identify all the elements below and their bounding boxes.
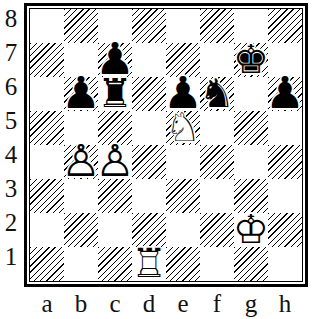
- square-f1[interactable]: [200, 247, 234, 281]
- board-inner-frame: ♟♟♚♚♟♟♜♜♟♟♞♞♟♟♞♘♟♙♟♙♚♔♜♖: [29, 8, 303, 282]
- square-d8[interactable]: [132, 9, 166, 43]
- chessboard: ♟♟♚♚♟♟♜♜♟♟♞♞♟♟♞♘♟♙♟♙♚♔♜♖: [30, 9, 302, 281]
- square-b4[interactable]: ♟♙: [64, 145, 98, 179]
- file-label-c: c: [98, 290, 132, 318]
- square-a8[interactable]: [30, 9, 64, 43]
- square-c1[interactable]: [98, 247, 132, 281]
- square-c3[interactable]: [98, 179, 132, 213]
- square-d6[interactable]: [132, 77, 166, 111]
- square-c4[interactable]: ♟♙: [98, 145, 132, 179]
- rank-labels: 87654321: [0, 9, 22, 281]
- piece-white-rook: ♜♖: [132, 247, 166, 281]
- piece-black-rook: ♜♜: [98, 77, 132, 111]
- square-a6[interactable]: [30, 77, 64, 111]
- piece-white-king: ♚♔: [234, 213, 268, 247]
- file-label-g: g: [234, 290, 268, 318]
- square-h6[interactable]: ♟♟: [268, 77, 302, 111]
- file-label-h: h: [268, 290, 302, 318]
- square-a3[interactable]: [30, 179, 64, 213]
- piece-glyph: ♜: [98, 76, 132, 110]
- square-e4[interactable]: [166, 145, 200, 179]
- square-f8[interactable]: [200, 9, 234, 43]
- square-d7[interactable]: [132, 43, 166, 77]
- square-h3[interactable]: [268, 179, 302, 213]
- file-label-d: d: [132, 290, 166, 318]
- piece-glyph: ♚: [234, 42, 268, 76]
- square-b6[interactable]: ♟♟: [64, 77, 98, 111]
- square-g6[interactable]: [234, 77, 268, 111]
- piece-black-king: ♚♚: [234, 43, 268, 77]
- square-a4[interactable]: [30, 145, 64, 179]
- file-label-b: b: [64, 290, 98, 318]
- square-a7[interactable]: [30, 43, 64, 77]
- square-e2[interactable]: [166, 213, 200, 247]
- square-d1[interactable]: ♜♖: [132, 247, 166, 281]
- rank-label-6: 6: [0, 70, 22, 104]
- square-a5[interactable]: [30, 111, 64, 145]
- square-d3[interactable]: [132, 179, 166, 213]
- piece-glyph: ♔: [234, 212, 268, 246]
- square-e3[interactable]: [166, 179, 200, 213]
- piece-black-knight: ♞♞: [200, 77, 234, 111]
- square-b1[interactable]: [64, 247, 98, 281]
- file-label-a: a: [30, 290, 64, 318]
- square-d5[interactable]: [132, 111, 166, 145]
- square-g7[interactable]: ♚♚: [234, 43, 268, 77]
- square-f4[interactable]: [200, 145, 234, 179]
- square-e8[interactable]: [166, 9, 200, 43]
- square-f5[interactable]: [200, 111, 234, 145]
- square-c6[interactable]: ♜♜: [98, 77, 132, 111]
- piece-glyph: ♙: [64, 144, 98, 178]
- square-h8[interactable]: [268, 9, 302, 43]
- square-e1[interactable]: [166, 247, 200, 281]
- piece-glyph: ♙: [98, 144, 132, 178]
- piece-black-pawn: ♟♟: [64, 77, 98, 111]
- rank-label-8: 8: [0, 2, 22, 36]
- file-label-e: e: [166, 290, 200, 318]
- square-b2[interactable]: [64, 213, 98, 247]
- rank-label-7: 7: [0, 36, 22, 70]
- square-f6[interactable]: ♞♞: [200, 77, 234, 111]
- piece-glyph: ♘: [166, 110, 200, 144]
- rank-label-4: 4: [0, 138, 22, 172]
- file-labels: abcdefgh: [30, 290, 302, 318]
- piece-black-pawn: ♟♟: [268, 77, 302, 111]
- piece-white-pawn: ♟♙: [64, 145, 98, 179]
- piece-glyph: ♟: [268, 76, 302, 110]
- piece-glyph: ♟: [64, 76, 98, 110]
- square-h2[interactable]: [268, 213, 302, 247]
- square-e5[interactable]: ♞♘: [166, 111, 200, 145]
- square-f3[interactable]: [200, 179, 234, 213]
- file-label-f: f: [200, 290, 234, 318]
- square-a1[interactable]: [30, 247, 64, 281]
- square-h4[interactable]: [268, 145, 302, 179]
- rank-label-1: 1: [0, 240, 22, 274]
- square-c2[interactable]: [98, 213, 132, 247]
- piece-glyph: ♞: [200, 76, 234, 110]
- square-g5[interactable]: [234, 111, 268, 145]
- square-h5[interactable]: [268, 111, 302, 145]
- rank-label-3: 3: [0, 172, 22, 206]
- rank-label-2: 2: [0, 206, 22, 240]
- square-f2[interactable]: [200, 213, 234, 247]
- square-d4[interactable]: [132, 145, 166, 179]
- chess-diagram: 87654321 ♟♟♚♚♟♟♜♜♟♟♞♞♟♟♞♘♟♙♟♙♚♔♜♖ abcdef…: [0, 0, 317, 319]
- piece-white-knight: ♞♘: [166, 111, 200, 145]
- square-a2[interactable]: [30, 213, 64, 247]
- square-b3[interactable]: [64, 179, 98, 213]
- square-g4[interactable]: [234, 145, 268, 179]
- board-frame: ♟♟♚♚♟♟♜♜♟♟♞♞♟♟♞♘♟♙♟♙♚♔♜♖: [24, 3, 308, 287]
- piece-glyph: ♖: [132, 246, 166, 280]
- square-g2[interactable]: ♚♔: [234, 213, 268, 247]
- square-g1[interactable]: [234, 247, 268, 281]
- piece-white-pawn: ♟♙: [98, 145, 132, 179]
- square-b8[interactable]: [64, 9, 98, 43]
- rank-label-5: 5: [0, 104, 22, 138]
- square-h1[interactable]: [268, 247, 302, 281]
